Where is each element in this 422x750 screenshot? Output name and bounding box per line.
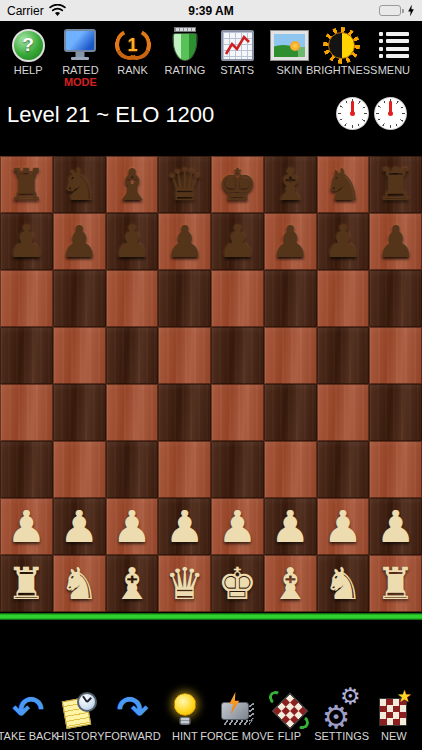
square-b2[interactable]: ♟ (53, 498, 106, 555)
square-b4[interactable] (53, 384, 106, 441)
piece-black-pawn: ♟ (376, 220, 415, 264)
square-b8[interactable]: ♞ (53, 156, 106, 213)
piece-white-knight: ♞ (323, 562, 362, 606)
piece-white-rook: ♜ (7, 562, 46, 606)
square-b6[interactable] (53, 270, 106, 327)
square-a7[interactable]: ♟ (0, 213, 53, 270)
square-d6[interactable] (158, 270, 211, 327)
history-label: HISTORY (56, 730, 105, 742)
square-h6[interactable] (369, 270, 422, 327)
turn-indicator-bar (0, 613, 422, 620)
flip-board-icon (269, 691, 309, 729)
square-f2[interactable]: ♟ (264, 498, 317, 555)
square-h1[interactable]: ♜ (369, 555, 422, 612)
square-f3[interactable] (264, 441, 317, 498)
square-a3[interactable] (0, 441, 53, 498)
square-f8[interactable]: ♝ (264, 156, 317, 213)
cpu-lightning-icon (217, 692, 257, 728)
new-label: NEW (381, 730, 407, 742)
flip-button[interactable]: FLIP (263, 685, 315, 750)
brightness-label: BRIGHTNESS (306, 64, 378, 76)
piece-black-bishop: ♝ (270, 163, 309, 207)
square-c5[interactable] (106, 327, 159, 384)
square-g2[interactable]: ♟ (317, 498, 370, 555)
piece-white-knight: ♞ (59, 562, 98, 606)
landscape-photo-icon (271, 31, 308, 60)
skin-button[interactable]: SKIN (263, 21, 315, 90)
level-bar: Level 21 ~ ELO 1200 (0, 90, 422, 156)
piece-black-bishop: ♝ (112, 163, 151, 207)
square-h3[interactable] (369, 441, 422, 498)
piece-white-pawn: ♟ (165, 505, 204, 549)
white-clock-icon (337, 98, 368, 129)
piece-black-rook: ♜ (7, 163, 46, 207)
piece-white-bishop: ♝ (270, 562, 309, 606)
settings-button[interactable]: ⚙⚙ SETTINGS (316, 685, 368, 750)
forward-button[interactable]: ↷ FORWARD (107, 685, 159, 750)
shield-ruler-icon (168, 27, 202, 63)
laurel-wreath-icon: 1 (115, 27, 151, 63)
stats-button[interactable]: STATS (211, 21, 263, 90)
square-d4[interactable] (158, 384, 211, 441)
piece-white-pawn: ♟ (270, 505, 309, 549)
hint-label: HINT (172, 730, 198, 742)
square-g8[interactable]: ♞ (317, 156, 370, 213)
piece-white-queen: ♛ (165, 562, 204, 606)
piece-black-pawn: ♟ (112, 220, 151, 264)
question-circle-icon (12, 29, 45, 62)
skin-label: SKIN (277, 64, 303, 76)
square-a5[interactable] (0, 327, 53, 384)
piece-white-pawn: ♟ (218, 505, 257, 549)
status-bar: Carrier 9:39 AM (0, 0, 422, 21)
piece-black-pawn: ♟ (7, 220, 46, 264)
piece-white-rook: ♜ (376, 562, 415, 606)
square-h5[interactable] (369, 327, 422, 384)
square-d5[interactable] (158, 327, 211, 384)
square-c8[interactable]: ♝ (106, 156, 159, 213)
undo-arrow-icon: ↶ (12, 692, 44, 728)
square-g4[interactable] (317, 384, 370, 441)
square-e4[interactable] (211, 384, 264, 441)
square-f5[interactable] (264, 327, 317, 384)
help-label: HELP (14, 64, 43, 76)
square-b3[interactable] (53, 441, 106, 498)
rated-label: RATED (62, 64, 98, 76)
square-g7[interactable]: ♟ (317, 213, 370, 270)
piece-black-knight: ♞ (323, 163, 362, 207)
piece-black-pawn: ♟ (59, 220, 98, 264)
piece-black-pawn: ♟ (218, 220, 257, 264)
square-d1[interactable]: ♛ (158, 555, 211, 612)
rated-mode-button[interactable]: RATED MODE (54, 21, 106, 90)
square-f7[interactable]: ♟ (264, 213, 317, 270)
rank-label: RANK (117, 64, 148, 76)
gears-icon: ⚙⚙ (322, 691, 362, 729)
square-e1[interactable]: ♚ (211, 555, 264, 612)
piece-black-queen: ♛ (165, 163, 204, 207)
square-d3[interactable] (158, 441, 211, 498)
square-g5[interactable] (317, 327, 370, 384)
piece-white-bishop: ♝ (112, 562, 151, 606)
square-b1[interactable]: ♞ (53, 555, 106, 612)
square-g6[interactable] (317, 270, 370, 327)
piece-black-rook: ♜ (376, 163, 415, 207)
square-c2[interactable]: ♟ (106, 498, 159, 555)
square-f6[interactable] (264, 270, 317, 327)
square-c1[interactable]: ♝ (106, 555, 159, 612)
square-b7[interactable]: ♟ (53, 213, 106, 270)
square-e2[interactable]: ♟ (211, 498, 264, 555)
brightness-button[interactable]: BRIGHTNESS (316, 21, 368, 90)
chess-app-screen: Carrier 9:39 AM HELP (0, 0, 422, 750)
square-e5[interactable] (211, 327, 264, 384)
square-c3[interactable] (106, 441, 159, 498)
square-g1[interactable]: ♞ (317, 555, 370, 612)
bullet-list-icon (379, 32, 409, 59)
piece-white-pawn: ♟ (323, 505, 362, 549)
piece-white-pawn: ♟ (376, 505, 415, 549)
help-button[interactable]: HELP (2, 21, 54, 90)
rating-label: RATING (165, 64, 206, 76)
status-time: 9:39 AM (0, 4, 422, 18)
square-a1[interactable]: ♜ (0, 555, 53, 612)
sun-half-icon (323, 27, 360, 64)
rank-number: 1 (115, 27, 151, 63)
square-f4[interactable] (264, 384, 317, 441)
force-move-button[interactable]: FORCE MOVE (211, 685, 263, 750)
square-e3[interactable] (211, 441, 264, 498)
stats-label: STATS (220, 64, 254, 76)
square-a4[interactable] (0, 384, 53, 441)
charging-bolt-icon (407, 5, 415, 17)
new-game-star-icon: ★ (375, 692, 413, 728)
square-c7[interactable]: ♟ (106, 213, 159, 270)
square-e6[interactable] (211, 270, 264, 327)
level-elo-text: Level 21 ~ ELO 1200 (7, 102, 214, 128)
square-h7[interactable]: ♟ (369, 213, 422, 270)
square-d2[interactable]: ♟ (158, 498, 211, 555)
chess-board: ♜♞♝♛♚♝♞♜♟♟♟♟♟♟♟♟♟♟♟♟♟♟♟♟♜♞♝♛♚♝♞♜ (0, 156, 422, 612)
lightbulb-icon (170, 692, 200, 728)
bottom-toolbar: ↶ TAKE BACK HISTORY ↷ FORWARD HINT (0, 685, 422, 750)
rating-button[interactable]: RATING (159, 21, 211, 90)
square-d7[interactable]: ♟ (158, 213, 211, 270)
square-a2[interactable]: ♟ (0, 498, 53, 555)
battery-icon (379, 5, 415, 17)
square-a6[interactable] (0, 270, 53, 327)
square-h2[interactable]: ♟ (369, 498, 422, 555)
square-e7[interactable]: ♟ (211, 213, 264, 270)
flip-label: FLIP (278, 730, 301, 742)
square-g3[interactable] (317, 441, 370, 498)
piece-white-pawn: ♟ (7, 505, 46, 549)
piece-black-knight: ♞ (59, 163, 98, 207)
take-back-label: TAKE BACK (0, 730, 59, 742)
history-button[interactable]: HISTORY (54, 685, 106, 750)
square-f1[interactable]: ♝ (264, 555, 317, 612)
square-h4[interactable] (369, 384, 422, 441)
new-button[interactable]: ★ NEW (368, 685, 420, 750)
redo-arrow-icon: ↷ (117, 692, 149, 728)
piece-white-pawn: ♟ (112, 505, 151, 549)
rank-button[interactable]: 1 RANK (107, 21, 159, 90)
square-c6[interactable] (106, 270, 159, 327)
piece-black-king: ♚ (218, 163, 257, 207)
mode-label: MODE (64, 76, 97, 88)
square-h8[interactable]: ♜ (369, 156, 422, 213)
square-c4[interactable] (106, 384, 159, 441)
monitor-icon (62, 28, 98, 62)
square-b5[interactable] (53, 327, 106, 384)
piece-white-king: ♚ (218, 562, 257, 606)
square-d8[interactable]: ♛ (158, 156, 211, 213)
square-e8[interactable]: ♚ (211, 156, 264, 213)
black-clock-icon (375, 98, 406, 129)
line-chart-icon (221, 30, 254, 61)
piece-black-pawn: ♟ (270, 220, 309, 264)
square-a8[interactable]: ♜ (0, 156, 53, 213)
top-toolbar: HELP RATED MODE 1 RANK (0, 21, 422, 90)
menu-label: MENU (378, 64, 410, 76)
menu-button[interactable]: MENU (368, 21, 420, 90)
piece-black-pawn: ♟ (323, 220, 362, 264)
piece-white-pawn: ♟ (59, 505, 98, 549)
notepad-clock-icon (61, 692, 99, 728)
chess-clocks (337, 98, 406, 129)
piece-black-pawn: ♟ (165, 220, 204, 264)
forward-label: FORWARD (105, 730, 161, 742)
take-back-button[interactable]: ↶ TAKE BACK (2, 685, 54, 750)
